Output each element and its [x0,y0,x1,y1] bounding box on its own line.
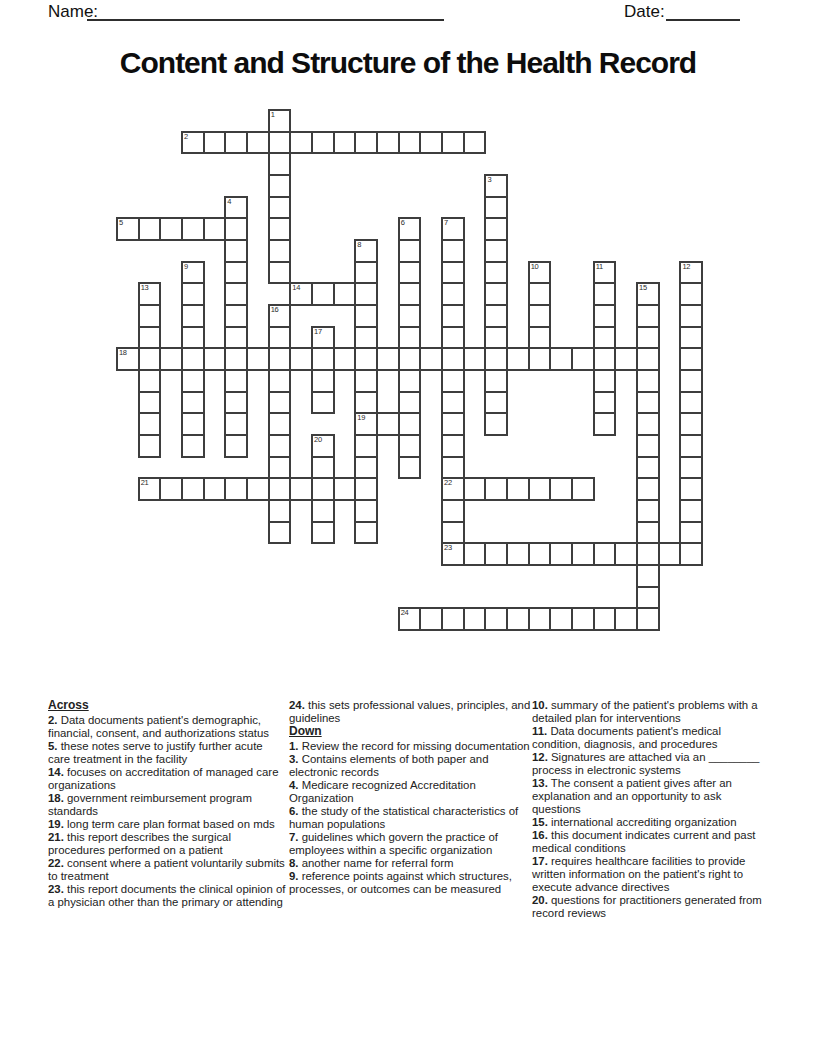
clue-number-4: 4 [227,197,231,206]
grid-cell-r8c26[interactable] [679,282,703,306]
grid-cell-r8c8[interactable]: 14 [289,282,313,306]
clue-number-11: 11 [596,262,603,271]
clue-text: requires healthcare facilities to provid… [532,855,745,893]
grid-cell-r11c10[interactable] [333,347,357,371]
grid-cell-r18c15[interactable] [441,499,465,523]
crossword-board: 123456789101112131415161718192021222324 [117,110,703,631]
grid-cell-r1c15[interactable] [441,131,465,155]
grid-cell-r23c20[interactable] [549,607,573,631]
grid-cell-r8c9[interactable] [311,282,335,306]
grid-cell-r11c5[interactable] [224,347,248,371]
grid-cell-r13c5[interactable] [224,391,248,415]
grid-cell-r14c26[interactable] [679,412,703,436]
clue-text: long term care plan format based on mds [64,818,275,830]
clue-num-label: 9. [289,870,299,882]
clue-down-7: 7. guidelines which govern the practice … [289,831,532,857]
clue-number-18: 18 [119,348,127,357]
grid-cell-r5c17[interactable] [484,217,508,241]
grid-cell-r10c9[interactable]: 17 [311,326,335,350]
grid-cell-r11c20[interactable] [549,347,573,371]
grid-cell-r23c23[interactable] [614,607,638,631]
grid-cell-r6c13[interactable] [398,239,422,263]
clue-down-15: 15. international accrediting organizati… [532,816,772,829]
grid-cell-r10c1[interactable] [138,326,162,350]
grid-cell-r13c17[interactable] [484,391,508,415]
grid-cell-r5c7[interactable] [268,217,292,241]
grid-cell-r9c15[interactable] [441,304,465,328]
clue-text: Data documents patient's demographic, fi… [48,714,269,739]
grid-cell-r9c19[interactable] [528,304,552,328]
grid-cell-r15c15[interactable] [441,434,465,458]
clue-number-5: 5 [119,218,123,227]
grid-cell-r20c24[interactable] [636,542,660,566]
grid-cell-r6c15[interactable] [441,239,465,263]
grid-cell-r16c7[interactable] [268,456,292,480]
grid-cell-r1c16[interactable] [463,131,487,155]
clue-down-20: 20. questions for practitioners generate… [532,894,772,920]
grid-cell-r15c9[interactable]: 20 [311,434,335,458]
grid-cell-r17c8[interactable] [289,477,313,501]
grid-cell-r3c17[interactable]: 3 [484,174,508,198]
clue-across-19: 19. long term care plan format based on … [48,818,286,831]
clue-text: summary of the patient's problems with a… [532,699,758,724]
grid-cell-r13c26[interactable] [679,391,703,415]
grid-cell-r15c26[interactable] [679,434,703,458]
grid-cell-r17c2[interactable] [159,477,183,501]
grid-cell-r1c13[interactable] [398,131,422,155]
grid-cell-r15c1[interactable] [138,434,162,458]
grid-cell-r17c16[interactable] [463,477,487,501]
grid-cell-r12c15[interactable] [441,369,465,393]
grid-cell-r20c26[interactable] [679,542,703,566]
clue-down-4: 4. Medicare recognized Accreditation Org… [289,779,532,805]
clue-num-label: 19. [48,818,64,830]
grid-cell-r12c3[interactable] [181,369,205,393]
grid-cell-r8c22[interactable] [593,282,617,306]
grid-cell-r23c14[interactable] [419,607,443,631]
clue-across-14: 14. focuses on accreditation of managed … [48,766,286,792]
clue-number-22: 22 [444,478,452,487]
grid-cell-r11c2[interactable] [159,347,183,371]
grid-cell-r11c17[interactable] [484,347,508,371]
grid-cell-r14c22[interactable] [593,412,617,436]
clue-text: Signatures are attached via an ________ … [532,751,759,776]
clue-number-10: 10 [531,262,539,271]
grid-cell-r2c7[interactable] [268,152,292,176]
grid-cell-r20c21[interactable] [571,542,595,566]
grid-cell-r17c18[interactable] [506,477,530,501]
grid-cell-r11c23[interactable] [614,347,638,371]
clue-number-13: 13 [141,283,149,292]
clue-text: consent where a patient voluntarily subm… [48,857,285,882]
grid-cell-r17c10[interactable] [333,477,357,501]
grid-cell-r10c15[interactable] [441,326,465,350]
grid-cell-r16c11[interactable] [354,456,378,480]
grid-cell-r19c24[interactable] [636,521,660,545]
across-header: Across [48,699,286,713]
grid-cell-r13c9[interactable] [311,391,335,415]
grid-cell-r1c8[interactable] [289,131,313,155]
grid-cell-r10c22[interactable] [593,326,617,350]
grid-cell-r8c19[interactable] [528,282,552,306]
grid-cell-r22c24[interactable] [636,586,660,610]
grid-cell-r16c24[interactable] [636,456,660,480]
grid-cell-r18c9[interactable] [311,499,335,523]
grid-cell-r1c11[interactable] [354,131,378,155]
grid-cell-r12c26[interactable] [679,369,703,393]
clue-down-1: 1. Review the record for missing documen… [289,740,532,753]
grid-cell-r8c10[interactable] [333,282,357,306]
grid-cell-r8c3[interactable] [181,282,205,306]
clue-down-8: 8. another name for referral form [289,857,532,870]
clue-number-20: 20 [314,435,322,444]
grid-cell-r12c22[interactable] [593,369,617,393]
grid-cell-r17c26[interactable] [679,477,703,501]
grid-cell-r11c21[interactable] [571,347,595,371]
grid-cell-r1c3[interactable]: 2 [181,131,205,155]
grid-cell-r13c22[interactable] [593,391,617,415]
grid-cell-r11c19[interactable] [528,347,552,371]
clue-text: Data documents patient's medical conditi… [532,725,721,750]
clue-number-2: 2 [184,132,188,141]
grid-cell-r18c7[interactable] [268,499,292,523]
grid-cell-r8c11[interactable] [354,282,378,306]
grid-cell-r10c7[interactable] [268,326,292,350]
clue-num-label: 22. [48,857,64,869]
clue-text: focuses on accreditation of managed care… [48,766,279,791]
grid-cell-r11c24[interactable] [636,347,660,371]
grid-cell-r11c18[interactable] [506,347,530,371]
grid-cell-r17c11[interactable] [354,477,378,501]
grid-cell-r19c15[interactable] [441,521,465,545]
grid-cell-r15c3[interactable] [181,434,205,458]
clue-number-15: 15 [639,283,647,292]
clue-num-label: 1. [289,740,299,752]
grid-cell-r17c7[interactable] [268,477,292,501]
grid-cell-r23c24[interactable] [636,607,660,631]
grid-cell-r9c22[interactable] [593,304,617,328]
grid-cell-r6c5[interactable] [224,239,248,263]
grid-cell-r9c3[interactable] [181,304,205,328]
grid-cell-r14c1[interactable] [138,412,162,436]
grid-cell-r7c13[interactable] [398,261,422,285]
grid-cell-r13c11[interactable] [354,391,378,415]
grid-cell-r16c15[interactable] [441,456,465,480]
grid-cell-r10c5[interactable] [224,326,248,350]
grid-cell-r11c13[interactable] [398,347,422,371]
grid-cell-r11c8[interactable] [289,347,313,371]
grid-cell-r14c15[interactable] [441,412,465,436]
grid-cell-r9c17[interactable] [484,304,508,328]
clue-text: guidelines which govern the practice of … [289,831,498,856]
grid-cell-r10c13[interactable] [398,326,422,350]
grid-cell-r23c13[interactable]: 24 [398,607,422,631]
grid-cell-r14c3[interactable] [181,412,205,436]
grid-cell-r11c9[interactable] [311,347,335,371]
grid-cell-r20c19[interactable] [528,542,552,566]
grid-cell-r20c18[interactable] [506,542,530,566]
grid-cell-r14c17[interactable] [484,412,508,436]
grid-cell-r17c5[interactable] [224,477,248,501]
clue-text: this sets professional values, principle… [289,699,530,724]
grid-cell-r12c5[interactable] [224,369,248,393]
grid-cell-r20c17[interactable] [484,542,508,566]
grid-cell-r17c19[interactable] [528,477,552,501]
grid-cell-r1c12[interactable] [376,131,400,155]
grid-cell-r23c21[interactable] [571,607,595,631]
grid-cell-r20c23[interactable] [614,542,638,566]
grid-cell-r9c24[interactable] [636,304,660,328]
grid-cell-r13c7[interactable] [268,391,292,415]
clue-num-label: 6. [289,805,299,817]
grid-cell-r17c17[interactable] [484,477,508,501]
grid-cell-r13c24[interactable] [636,391,660,415]
grid-cell-r12c9[interactable] [311,369,335,393]
grid-cell-r10c3[interactable] [181,326,205,350]
clue-num-label: 20. [532,894,548,906]
grid-cell-r23c19[interactable] [528,607,552,631]
clue-across-5: 5. these notes serve to justify further … [48,740,286,766]
clue-num-label: 15. [532,816,548,828]
grid-cell-r19c26[interactable] [679,521,703,545]
grid-cell-r14c7[interactable] [268,412,292,436]
name-blank-line[interactable] [87,2,444,21]
grid-cell-r1c5[interactable] [224,131,248,155]
grid-cell-r15c11[interactable] [354,434,378,458]
clue-num-label: 23. [48,883,64,895]
clue-num-label: 24. [289,699,305,711]
date-label: Date: [624,2,665,22]
grid-cell-r4c7[interactable] [268,196,292,220]
grid-cell-r9c13[interactable] [398,304,422,328]
grid-cell-r9c26[interactable] [679,304,703,328]
grid-cell-r6c11[interactable]: 8 [354,239,378,263]
grid-cell-r5c2[interactable] [159,217,183,241]
grid-cell-r5c1[interactable] [138,217,162,241]
clue-across-24: 24. this sets professional values, princ… [289,699,532,725]
clue-number-14: 14 [292,283,300,292]
grid-cell-r12c7[interactable] [268,369,292,393]
grid-cell-r20c15[interactable]: 23 [441,542,465,566]
grid-cell-r9c11[interactable] [354,304,378,328]
clue-across-22: 22. consent where a patient voluntarily … [48,857,286,883]
grid-cell-r5c15[interactable]: 7 [441,217,465,241]
grid-cell-r23c22[interactable] [593,607,617,631]
grid-cell-r1c14[interactable] [419,131,443,155]
grid-cell-r15c7[interactable] [268,434,292,458]
grid-cell-r7c19[interactable]: 10 [528,261,552,285]
clue-num-label: 21. [48,831,64,843]
grid-cell-r7c15[interactable] [441,261,465,285]
grid-cell-r17c9[interactable] [311,477,335,501]
grid-cell-r1c7[interactable] [268,131,292,155]
page-title: Content and Structure of the Health Reco… [0,46,816,80]
grid-cell-r6c7[interactable] [268,239,292,263]
grid-cell-r7c22[interactable]: 11 [593,261,617,285]
clue-num-label: 3. [289,753,299,765]
grid-cell-r17c21[interactable] [571,477,595,501]
grid-cell-r17c24[interactable] [636,477,660,501]
grid-cell-r4c5[interactable]: 4 [224,196,248,220]
grid-cell-r14c5[interactable] [224,412,248,436]
grid-cell-r9c5[interactable] [224,304,248,328]
clue-number-8: 8 [357,240,361,249]
clue-num-label: 7. [289,831,299,843]
grid-cell-r14c12[interactable] [376,412,400,436]
grid-cell-r12c17[interactable] [484,369,508,393]
clue-text: this report describes the surgical proce… [48,831,231,856]
clue-number-16: 16 [271,305,279,314]
grid-cell-r15c5[interactable] [224,434,248,458]
grid-cell-r7c11[interactable] [354,261,378,285]
clue-num-label: 5. [48,740,58,752]
grid-cell-r11c14[interactable] [419,347,443,371]
clue-down-11: 11. Data documents patient's medical con… [532,725,772,751]
grid-cell-r5c3[interactable] [181,217,205,241]
grid-cell-r17c15[interactable]: 22 [441,477,465,501]
clue-number-3: 3 [487,175,491,184]
grid-cell-r14c24[interactable] [636,412,660,436]
clue-num-label: 2. [48,714,58,726]
grid-cell-r11c12[interactable] [376,347,400,371]
grid-cell-r8c13[interactable] [398,282,422,306]
grid-cell-r11c1[interactable] [138,347,162,371]
grid-cell-r4c17[interactable] [484,196,508,220]
grid-cell-r18c11[interactable] [354,499,378,523]
grid-cell-r11c4[interactable] [203,347,227,371]
clue-down-3: 3. Contains elements of both paper and e… [289,753,532,779]
grid-cell-r16c26[interactable] [679,456,703,480]
grid-cell-r7c7[interactable] [268,261,292,285]
clue-number-19: 19 [357,413,365,422]
grid-cell-r11c6[interactable] [246,347,270,371]
grid-cell-r23c15[interactable] [441,607,465,631]
grid-cell-r5c5[interactable] [224,217,248,241]
grid-cell-r11c26[interactable] [679,347,703,371]
grid-cell-r3c7[interactable] [268,174,292,198]
down-header: Down [289,725,532,739]
grid-cell-r11c0[interactable]: 18 [116,347,140,371]
clue-text: these notes serve to justify further acu… [48,740,263,765]
grid-cell-r17c20[interactable] [549,477,573,501]
grid-cell-r16c13[interactable] [398,456,422,480]
grid-cell-r23c16[interactable] [463,607,487,631]
grid-cell-r7c5[interactable] [224,261,248,285]
grid-cell-r12c13[interactable] [398,369,422,393]
clue-number-12: 12 [682,262,690,271]
grid-cell-r9c1[interactable] [138,304,162,328]
grid-cell-r7c26[interactable]: 12 [679,261,703,285]
clue-down-13: 13. The consent a patient gives after an… [532,777,772,816]
grid-cell-r20c16[interactable] [463,542,487,566]
grid-cell-r12c24[interactable] [636,369,660,393]
grid-cell-r18c26[interactable] [679,499,703,523]
grid-cell-r14c13[interactable] [398,412,422,436]
grid-cell-r20c20[interactable] [549,542,573,566]
grid-cell-r7c3[interactable]: 9 [181,261,205,285]
grid-cell-r15c13[interactable] [398,434,422,458]
grid-cell-r16c9[interactable] [311,456,335,480]
grid-cell-r14c11[interactable]: 19 [354,412,378,436]
clue-across-21: 21. this report describes the surgical p… [48,831,286,857]
clue-text: The consent a patient gives after an exp… [532,777,732,815]
grid-cell-r11c16[interactable] [463,347,487,371]
grid-cell-r10c26[interactable] [679,326,703,350]
grid-cell-r15c24[interactable] [636,434,660,458]
grid-cell-r1c6[interactable] [246,131,270,155]
grid-cell-r8c24[interactable]: 15 [636,282,660,306]
grid-cell-r5c0[interactable]: 5 [116,217,140,241]
grid-cell-r20c25[interactable] [658,542,682,566]
date-blank-line[interactable] [666,2,740,21]
clue-text: international accrediting organization [548,816,737,828]
grid-cell-r12c1[interactable] [138,369,162,393]
grid-cell-r8c1[interactable]: 13 [138,282,162,306]
clue-text: Review the record for missing documentat… [299,740,530,752]
clue-num-label: 18. [48,792,64,804]
grid-cell-r13c13[interactable] [398,391,422,415]
grid-cell-r7c17[interactable] [484,261,508,285]
grid-cell-r11c22[interactable] [593,347,617,371]
grid-cell-r0c7[interactable]: 1 [268,109,292,133]
grid-cell-r11c3[interactable] [181,347,205,371]
grid-cell-r18c24[interactable] [636,499,660,523]
grid-cell-r17c6[interactable] [246,477,270,501]
clue-number-7: 7 [444,218,448,227]
grid-cell-r10c17[interactable] [484,326,508,350]
grid-cell-r17c1[interactable]: 21 [138,477,162,501]
grid-cell-r23c18[interactable] [506,607,530,631]
grid-cell-r6c17[interactable] [484,239,508,263]
grid-cell-r1c10[interactable] [333,131,357,155]
clue-text: this report documents the clinical opini… [48,883,285,908]
clue-down-16: 16. this document indicates current and … [532,829,772,855]
grid-cell-r5c13[interactable]: 6 [398,217,422,241]
grid-cell-r1c4[interactable] [203,131,227,155]
grid-cell-r8c15[interactable] [441,282,465,306]
grid-cell-r23c17[interactable] [484,607,508,631]
clue-number-23: 23 [444,543,452,552]
clue-down-17: 17. requires healthcare facilities to pr… [532,855,772,894]
grid-cell-r17c3[interactable] [181,477,205,501]
clue-number-6: 6 [401,218,405,227]
grid-cell-r11c7[interactable] [268,347,292,371]
grid-cell-r13c3[interactable] [181,391,205,415]
clue-number-9: 9 [184,262,188,271]
grid-cell-r13c1[interactable] [138,391,162,415]
grid-cell-r20c22[interactable] [593,542,617,566]
grid-cell-r19c9[interactable] [311,521,335,545]
grid-cell-r10c24[interactable] [636,326,660,350]
grid-cell-r19c7[interactable] [268,521,292,545]
clue-down-9: 9. reference points against which struct… [289,870,532,896]
grid-cell-r11c15[interactable] [441,347,465,371]
grid-cell-r19c11[interactable] [354,521,378,545]
grid-cell-r10c19[interactable] [528,326,552,350]
clue-text: this document indicates current and past… [532,829,756,854]
grid-cell-r8c5[interactable] [224,282,248,306]
grid-cell-r11c11[interactable] [354,347,378,371]
grid-cell-r8c17[interactable] [484,282,508,306]
grid-cell-r1c9[interactable] [311,131,335,155]
grid-cell-r10c11[interactable] [354,326,378,350]
grid-cell-r12c11[interactable] [354,369,378,393]
grid-cell-r9c7[interactable]: 16 [268,304,292,328]
grid-cell-r13c15[interactable] [441,391,465,415]
grid-cell-r21c24[interactable] [636,564,660,588]
grid-cell-r17c4[interactable] [203,477,227,501]
grid-cell-r5c4[interactable] [203,217,227,241]
